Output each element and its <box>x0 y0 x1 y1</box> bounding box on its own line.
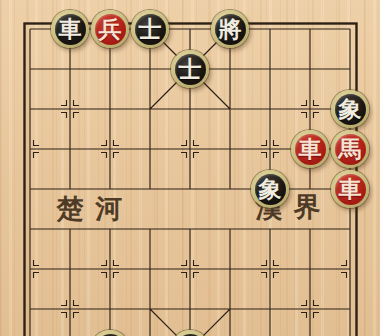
piece-partial-piece[interactable] <box>171 330 209 336</box>
piece-glyph: 士 <box>179 58 202 81</box>
piece-glyph: 兵 <box>99 18 122 41</box>
piece-glyph: 車 <box>59 18 82 41</box>
piece-red-soldier[interactable]: 兵 <box>91 10 129 48</box>
piece-glyph: 車 <box>339 178 362 201</box>
piece-black-elephant[interactable]: 象 <box>331 90 369 128</box>
piece-glyph: 將 <box>219 18 242 41</box>
piece-glyph: 象 <box>259 178 282 201</box>
piece-black-general[interactable]: 將 <box>211 10 249 48</box>
piece-partial-piece[interactable] <box>91 330 129 336</box>
piece-black-advisor[interactable]: 士 <box>171 50 209 88</box>
piece-glyph: 車 <box>299 138 322 161</box>
xiangqi-board[interactable]: 楚 河 漢 界 車兵士將士象車馬象車 <box>0 0 380 336</box>
piece-red-chariot[interactable]: 車 <box>331 170 369 208</box>
piece-black-chariot[interactable]: 車 <box>51 10 89 48</box>
piece-black-advisor[interactable]: 士 <box>131 10 169 48</box>
piece-glyph: 象 <box>339 98 362 121</box>
piece-red-horse[interactable]: 馬 <box>331 130 369 168</box>
piece-glyph: 士 <box>139 18 162 41</box>
piece-glyph: 馬 <box>339 138 362 161</box>
piece-black-elephant[interactable]: 象 <box>251 170 289 208</box>
piece-red-chariot[interactable]: 車 <box>291 130 329 168</box>
piece-layer: 車兵士將士象車馬象車 <box>10 9 370 336</box>
